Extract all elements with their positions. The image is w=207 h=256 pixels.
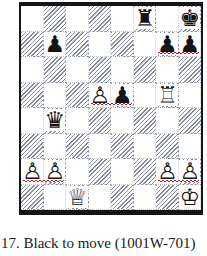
square-e1 <box>111 185 134 211</box>
square-f5 <box>134 83 157 109</box>
square-c5 <box>66 83 89 109</box>
piece-white-queen-c1: ♕ <box>66 186 88 208</box>
square-a7 <box>21 32 44 58</box>
square-c3 <box>66 134 89 160</box>
square-h6 <box>179 57 202 83</box>
square-b8 <box>44 6 67 32</box>
square-g4 <box>156 108 179 134</box>
piece-black-pawn-b7: ♟ <box>44 33 66 55</box>
square-d7 <box>89 32 112 58</box>
piece-white-pawn-h2: ♙ <box>179 160 201 182</box>
square-b7: ♟ <box>44 32 67 58</box>
square-g5: ♖ <box>156 83 179 109</box>
piece-white-pawn-a2: ♙ <box>21 160 43 182</box>
square-d1 <box>89 185 112 211</box>
square-g2: ♙ <box>156 159 179 185</box>
piece-black-pawn-e5: ♟ <box>111 84 133 106</box>
square-b5 <box>44 83 67 109</box>
square-b3 <box>44 134 67 160</box>
square-e3 <box>111 134 134 160</box>
square-d4 <box>89 108 112 134</box>
square-e7 <box>111 32 134 58</box>
square-f3 <box>134 134 157 160</box>
piece-white-rook-g5: ♖ <box>156 84 178 106</box>
piece-black-rook-f8: ♜ <box>134 7 156 29</box>
square-h7: ♟ <box>179 32 202 58</box>
square-d3 <box>89 134 112 160</box>
square-b2: ♙ <box>44 159 67 185</box>
square-f4 <box>134 108 157 134</box>
square-e8 <box>111 6 134 32</box>
piece-white-king-h1: ♔ <box>179 186 201 208</box>
square-a5 <box>21 83 44 109</box>
square-g1 <box>156 185 179 211</box>
piece-black-queen-b4: ♛ <box>44 109 66 131</box>
square-b6 <box>44 57 67 83</box>
square-c1: ♕ <box>66 185 89 211</box>
square-c2 <box>66 159 89 185</box>
square-g8 <box>156 6 179 32</box>
square-d2 <box>89 159 112 185</box>
square-a3 <box>21 134 44 160</box>
square-g3 <box>156 134 179 160</box>
square-d6 <box>89 57 112 83</box>
square-d5: ♙ <box>89 83 112 109</box>
square-h8: ♚ <box>179 6 202 32</box>
square-h1: ♔ <box>179 185 202 211</box>
square-a4 <box>21 108 44 134</box>
square-f6 <box>134 57 157 83</box>
square-b4: ♛ <box>44 108 67 134</box>
square-g6 <box>156 57 179 83</box>
square-e6 <box>111 57 134 83</box>
chess-diagram: ♜♚♟♟♟♙♟♖♛♙♙♙♙♕♔ <box>19 2 203 215</box>
square-f2 <box>134 159 157 185</box>
square-a2: ♙ <box>21 159 44 185</box>
piece-black-king-h8: ♚ <box>179 7 201 29</box>
square-d8 <box>89 6 112 32</box>
square-h5 <box>179 83 202 109</box>
diagram-caption: 17. Black to move (1001W-701) <box>1 233 206 253</box>
square-e4 <box>111 108 134 134</box>
square-a6 <box>21 57 44 83</box>
square-h2: ♙ <box>179 159 202 185</box>
piece-black-pawn-h7: ♟ <box>179 33 201 55</box>
piece-black-pawn-g7: ♟ <box>156 33 178 55</box>
square-f8: ♜ <box>134 6 157 32</box>
chess-board: ♜♚♟♟♟♙♟♖♛♙♙♙♙♕♔ <box>21 6 201 210</box>
square-c4 <box>66 108 89 134</box>
square-f7 <box>134 32 157 58</box>
square-b1 <box>44 185 67 211</box>
square-h3 <box>179 134 202 160</box>
piece-white-pawn-b2: ♙ <box>44 160 66 182</box>
square-e5: ♟ <box>111 83 134 109</box>
piece-white-pawn-d5: ♙ <box>89 84 111 106</box>
square-a1 <box>21 185 44 211</box>
square-a8 <box>21 6 44 32</box>
square-g7: ♟ <box>156 32 179 58</box>
square-c8 <box>66 6 89 32</box>
square-h4 <box>179 108 202 134</box>
piece-white-pawn-g2: ♙ <box>156 160 178 182</box>
square-f1 <box>134 185 157 211</box>
square-c6 <box>66 57 89 83</box>
square-c7 <box>66 32 89 58</box>
square-e2 <box>111 159 134 185</box>
